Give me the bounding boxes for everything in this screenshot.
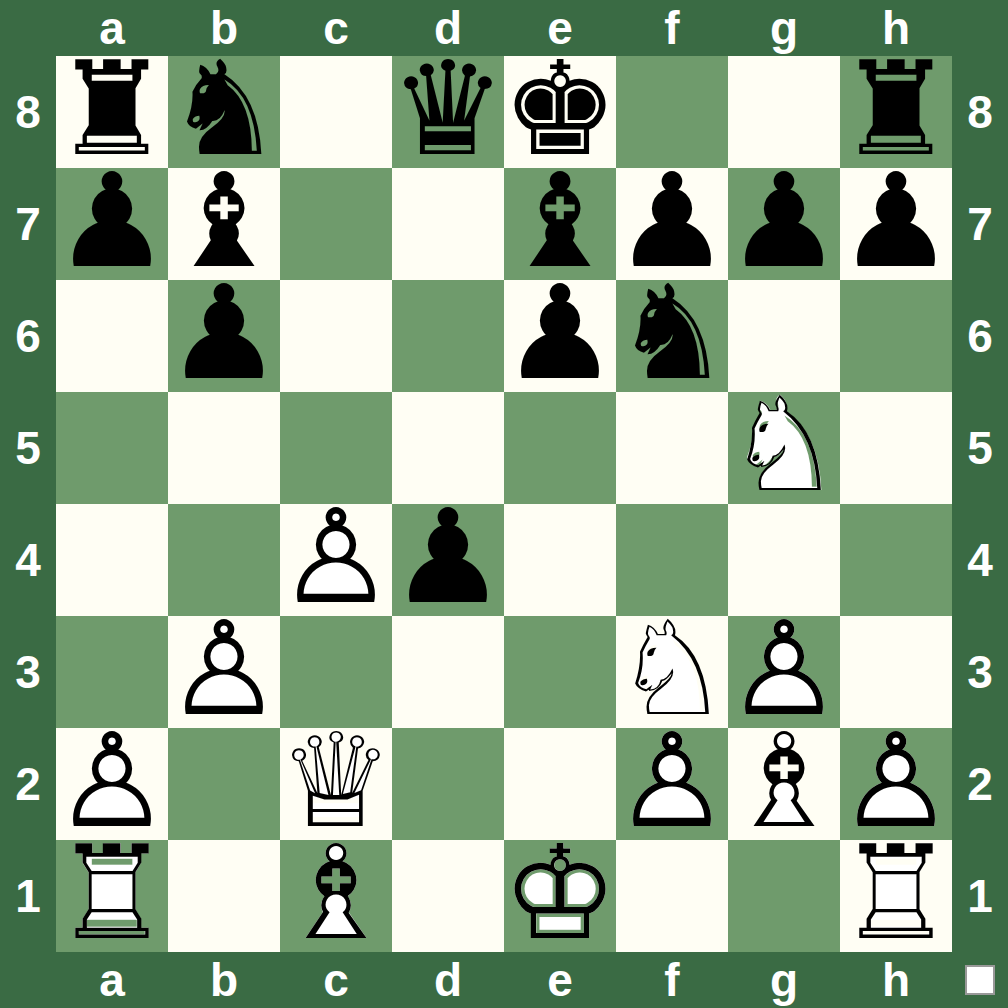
piece-fill-glyph: ♟: [280, 501, 392, 613]
square-g2[interactable]: ♝♗: [728, 728, 840, 840]
square-a5[interactable]: [56, 392, 168, 504]
square-h7[interactable]: ♟: [840, 168, 952, 280]
square-c2[interactable]: ♛♕: [280, 728, 392, 840]
rank-label-4-left: 4: [0, 504, 56, 616]
piece-outline-glyph: ♖: [840, 837, 952, 949]
rank-label-1-left: 1: [0, 840, 56, 952]
square-c4[interactable]: ♟♙: [280, 504, 392, 616]
rank-label-5-right: 5: [952, 392, 1008, 504]
square-b4[interactable]: [168, 504, 280, 616]
chess-board: abcdefgh8♜♞♛♚♜87♟♝♝♟♟♟76♟♟♞65♞♘54♟♙♟43♟♙…: [0, 0, 1008, 1008]
piece-fill-glyph: ♛: [392, 53, 504, 165]
square-g6[interactable]: [728, 280, 840, 392]
black-knight-piece[interactable]: ♞: [168, 56, 280, 168]
board-corner: [0, 952, 56, 1008]
square-d1[interactable]: [392, 840, 504, 952]
rank-label-3-right: 3: [952, 616, 1008, 728]
black-queen-piece[interactable]: ♛: [392, 56, 504, 168]
square-e4[interactable]: [504, 504, 616, 616]
square-g7[interactable]: ♟: [728, 168, 840, 280]
square-b7[interactable]: ♝: [168, 168, 280, 280]
piece-fill-glyph: ♜: [56, 53, 168, 165]
square-b6[interactable]: ♟: [168, 280, 280, 392]
piece-outline-glyph: ♘: [728, 389, 840, 501]
black-bishop-piece[interactable]: ♝: [168, 168, 280, 280]
piece-fill-glyph: ♚: [504, 53, 616, 165]
piece-fill-glyph: ♟: [504, 277, 616, 389]
square-h8[interactable]: ♜: [840, 56, 952, 168]
square-a6[interactable]: [56, 280, 168, 392]
rank-label-8-right: 8: [952, 56, 1008, 168]
square-g8[interactable]: [728, 56, 840, 168]
square-h6[interactable]: [840, 280, 952, 392]
piece-fill-glyph: ♞: [616, 277, 728, 389]
square-f5[interactable]: [616, 392, 728, 504]
file-label-h-top: h: [840, 0, 952, 56]
piece-outline-glyph: ♙: [56, 725, 168, 837]
white-rook-piece[interactable]: ♜♖: [56, 840, 168, 952]
file-label-g-top: g: [728, 0, 840, 56]
square-e5[interactable]: [504, 392, 616, 504]
file-label-f-top: f: [616, 0, 728, 56]
piece-fill-glyph: ♟: [392, 501, 504, 613]
piece-fill-glyph: ♟: [728, 165, 840, 277]
rank-label-6-left: 6: [0, 280, 56, 392]
square-e7[interactable]: ♝: [504, 168, 616, 280]
square-b2[interactable]: [168, 728, 280, 840]
file-label-g-bottom: g: [728, 952, 840, 1008]
rank-label-4-right: 4: [952, 504, 1008, 616]
rank-label-8-left: 8: [0, 56, 56, 168]
square-g1[interactable]: [728, 840, 840, 952]
square-c7[interactable]: [280, 168, 392, 280]
square-h3[interactable]: [840, 616, 952, 728]
file-label-b-top: b: [168, 0, 280, 56]
piece-fill-glyph: ♝: [280, 837, 392, 949]
rank-label-1-right: 1: [952, 840, 1008, 952]
black-pawn-piece[interactable]: ♟: [840, 168, 952, 280]
file-label-e-top: e: [504, 0, 616, 56]
rank-label-6-right: 6: [952, 280, 1008, 392]
square-g3[interactable]: ♟♙: [728, 616, 840, 728]
piece-fill-glyph: ♝: [168, 165, 280, 277]
white-rook-piece[interactable]: ♜♖: [840, 840, 952, 952]
square-h2[interactable]: ♟♙: [840, 728, 952, 840]
black-pawn-piece[interactable]: ♟: [56, 168, 168, 280]
square-d4[interactable]: ♟: [392, 504, 504, 616]
black-pawn-piece[interactable]: ♟: [504, 280, 616, 392]
square-e6[interactable]: ♟: [504, 280, 616, 392]
square-h1[interactable]: ♜♖: [840, 840, 952, 952]
white-knight-piece[interactable]: ♞♘: [728, 392, 840, 504]
square-e2[interactable]: [504, 728, 616, 840]
file-label-a-top: a: [56, 0, 168, 56]
piece-fill-glyph: ♟: [840, 725, 952, 837]
square-d6[interactable]: [392, 280, 504, 392]
square-f6[interactable]: ♞: [616, 280, 728, 392]
square-a4[interactable]: [56, 504, 168, 616]
square-c3[interactable]: [280, 616, 392, 728]
board-corner-indicator-cell: [952, 952, 1008, 1008]
white-pawn-piece[interactable]: ♟♙: [616, 728, 728, 840]
square-d8[interactable]: ♛: [392, 56, 504, 168]
piece-fill-glyph: ♝: [504, 165, 616, 277]
rank-label-2-right: 2: [952, 728, 1008, 840]
black-pawn-piece[interactable]: ♟: [168, 280, 280, 392]
square-f1[interactable]: [616, 840, 728, 952]
piece-outline-glyph: ♙: [168, 613, 280, 725]
piece-fill-glyph: ♟: [616, 725, 728, 837]
white-queen-piece[interactable]: ♛♕: [280, 728, 392, 840]
square-b3[interactable]: ♟♙: [168, 616, 280, 728]
piece-fill-glyph: ♜: [840, 53, 952, 165]
rank-label-2-left: 2: [0, 728, 56, 840]
file-label-h-bottom: h: [840, 952, 952, 1008]
square-f2[interactable]: ♟♙: [616, 728, 728, 840]
rank-label-3-left: 3: [0, 616, 56, 728]
square-e1[interactable]: ♚♔: [504, 840, 616, 952]
rank-label-7-right: 7: [952, 168, 1008, 280]
black-pawn-piece[interactable]: ♟: [392, 504, 504, 616]
file-label-a-bottom: a: [56, 952, 168, 1008]
piece-fill-glyph: ♛: [280, 725, 392, 837]
white-pawn-piece[interactable]: ♟♙: [168, 616, 280, 728]
rank-label-5-left: 5: [0, 392, 56, 504]
square-d5[interactable]: [392, 392, 504, 504]
black-rook-piece[interactable]: ♜: [840, 56, 952, 168]
board-corner: [0, 0, 56, 56]
piece-outline-glyph: ♙: [728, 613, 840, 725]
black-king-piece[interactable]: ♚: [504, 56, 616, 168]
square-a8[interactable]: ♜: [56, 56, 168, 168]
piece-fill-glyph: ♞: [728, 389, 840, 501]
piece-fill-glyph: ♞: [616, 613, 728, 725]
file-label-c-bottom: c: [280, 952, 392, 1008]
square-g4[interactable]: [728, 504, 840, 616]
white-knight-piece[interactable]: ♞♘: [616, 616, 728, 728]
black-pawn-piece[interactable]: ♟: [616, 168, 728, 280]
square-c8[interactable]: [280, 56, 392, 168]
piece-outline-glyph: ♙: [280, 501, 392, 613]
piece-outline-glyph: ♘: [616, 613, 728, 725]
piece-fill-glyph: ♜: [56, 837, 168, 949]
square-b1[interactable]: [168, 840, 280, 952]
piece-outline-glyph: ♗: [280, 837, 392, 949]
square-c1[interactable]: ♝♗: [280, 840, 392, 952]
black-knight-piece[interactable]: ♞: [616, 280, 728, 392]
white-king-piece[interactable]: ♚♔: [504, 840, 616, 952]
square-h5[interactable]: [840, 392, 952, 504]
square-d7[interactable]: [392, 168, 504, 280]
piece-fill-glyph: ♟: [728, 613, 840, 725]
square-d2[interactable]: [392, 728, 504, 840]
square-e8[interactable]: ♚: [504, 56, 616, 168]
piece-fill-glyph: ♝: [728, 725, 840, 837]
square-c6[interactable]: [280, 280, 392, 392]
square-a3[interactable]: [56, 616, 168, 728]
square-d3[interactable]: [392, 616, 504, 728]
piece-outline-glyph: ♔: [504, 837, 616, 949]
square-f8[interactable]: [616, 56, 728, 168]
black-rook-piece[interactable]: ♜: [56, 56, 168, 168]
file-label-e-bottom: e: [504, 952, 616, 1008]
square-f7[interactable]: ♟: [616, 168, 728, 280]
white-bishop-piece[interactable]: ♝♗: [280, 840, 392, 952]
white-bishop-piece[interactable]: ♝♗: [728, 728, 840, 840]
piece-fill-glyph: ♟: [168, 277, 280, 389]
piece-fill-glyph: ♟: [168, 613, 280, 725]
piece-fill-glyph: ♞: [168, 53, 280, 165]
white-pawn-piece[interactable]: ♟♙: [280, 504, 392, 616]
piece-fill-glyph: ♜: [840, 837, 952, 949]
piece-outline-glyph: ♙: [616, 725, 728, 837]
file-label-f-bottom: f: [616, 952, 728, 1008]
piece-outline-glyph: ♙: [840, 725, 952, 837]
square-g5[interactable]: ♞♘: [728, 392, 840, 504]
piece-fill-glyph: ♟: [56, 165, 168, 277]
piece-fill-glyph: ♚: [504, 837, 616, 949]
piece-outline-glyph: ♕: [280, 725, 392, 837]
square-a7[interactable]: ♟: [56, 168, 168, 280]
piece-fill-glyph: ♟: [840, 165, 952, 277]
square-b5[interactable]: [168, 392, 280, 504]
square-f4[interactable]: [616, 504, 728, 616]
square-a1[interactable]: ♜♖: [56, 840, 168, 952]
piece-fill-glyph: ♟: [616, 165, 728, 277]
board-corner: [952, 0, 1008, 56]
piece-outline-glyph: ♖: [56, 837, 168, 949]
square-b8[interactable]: ♞: [168, 56, 280, 168]
square-a2[interactable]: ♟♙: [56, 728, 168, 840]
file-label-b-bottom: b: [168, 952, 280, 1008]
file-label-d-bottom: d: [392, 952, 504, 1008]
file-label-d-top: d: [392, 0, 504, 56]
square-h4[interactable]: [840, 504, 952, 616]
rank-label-7-left: 7: [0, 168, 56, 280]
white-pawn-piece[interactable]: ♟♙: [728, 616, 840, 728]
square-c5[interactable]: [280, 392, 392, 504]
black-bishop-piece[interactable]: ♝: [504, 168, 616, 280]
file-label-c-top: c: [280, 0, 392, 56]
piece-outline-glyph: ♗: [728, 725, 840, 837]
side-to-move-indicator: [965, 965, 995, 995]
white-pawn-piece[interactable]: ♟♙: [56, 728, 168, 840]
square-f3[interactable]: ♞♘: [616, 616, 728, 728]
black-pawn-piece[interactable]: ♟: [728, 168, 840, 280]
piece-fill-glyph: ♟: [56, 725, 168, 837]
white-pawn-piece[interactable]: ♟♙: [840, 728, 952, 840]
square-e3[interactable]: [504, 616, 616, 728]
